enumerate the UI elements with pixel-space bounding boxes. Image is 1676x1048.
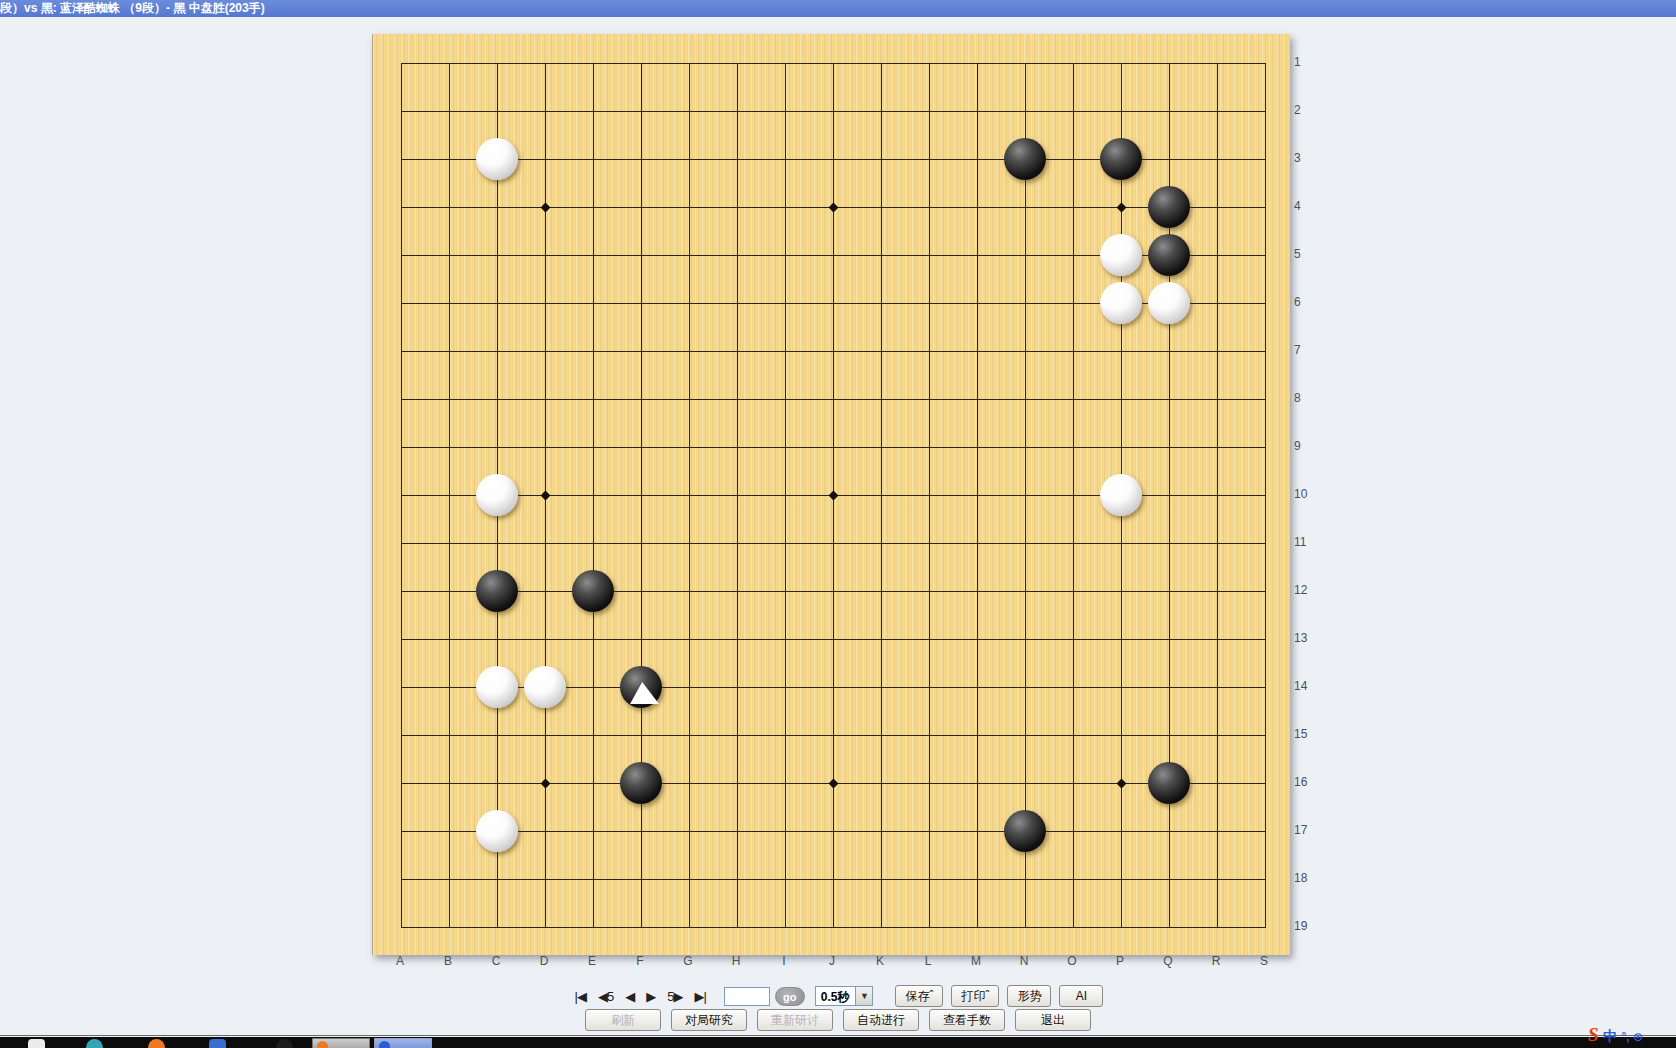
col-label-G: G xyxy=(678,954,698,968)
move-number-input[interactable] xyxy=(724,987,770,1006)
taskbar-button-icon xyxy=(317,1041,328,1048)
view-move-count-button[interactable]: 查看手数 xyxy=(929,1009,1005,1031)
stone-white-P10 xyxy=(1100,474,1142,516)
taskbar-app-icon-3[interactable] xyxy=(148,1039,165,1048)
col-label-I: I xyxy=(774,954,794,968)
col-label-Q: Q xyxy=(1158,954,1178,968)
row-label-9: 9 xyxy=(1294,439,1301,453)
taskbar-window-button-1[interactable] xyxy=(312,1038,370,1048)
go-button[interactable]: go xyxy=(775,987,805,1006)
nav-back-button[interactable]: ◀ xyxy=(625,989,634,1004)
toolbar-row-2: 刷新对局研究重新研讨自动进行查看手数退出 xyxy=(0,1008,1676,1032)
col-label-R: R xyxy=(1206,954,1226,968)
print-button[interactable]: 打印ˆ xyxy=(951,985,999,1007)
row-label-15: 15 xyxy=(1294,727,1307,741)
stone-white-C14 xyxy=(476,666,518,708)
sogou-logo-icon[interactable]: S xyxy=(1588,1024,1599,1045)
col-label-N: N xyxy=(1014,954,1034,968)
star-point-J16 xyxy=(829,779,839,789)
taskbar-app-icon-4[interactable] xyxy=(209,1039,226,1048)
col-label-M: M xyxy=(966,954,986,968)
taskbar xyxy=(0,1037,1676,1048)
stone-white-P5 xyxy=(1100,234,1142,276)
shape-analysis-button[interactable]: 形势 xyxy=(1007,985,1051,1007)
stone-black-F14 xyxy=(620,666,662,708)
chevron-down-icon[interactable]: ▼ xyxy=(855,987,872,1005)
row-label-4: 4 xyxy=(1294,199,1301,213)
stone-black-N17 xyxy=(1004,810,1046,852)
row-label-5: 5 xyxy=(1294,247,1301,261)
stone-black-Q4 xyxy=(1148,186,1190,228)
row-label-11: 11 xyxy=(1294,535,1306,549)
auto-play-button[interactable]: 自动进行 xyxy=(843,1009,919,1031)
save-button[interactable]: 保存ˆ xyxy=(895,985,943,1007)
col-label-E: E xyxy=(582,954,602,968)
stone-white-P6 xyxy=(1100,282,1142,324)
delay-value: 0.5秒 xyxy=(816,987,856,1005)
col-label-A: A xyxy=(390,954,410,968)
toolbar-row-1: |◀◀5◀▶5▶▶| go 0.5秒 ▼ 保存ˆ打印ˆ形势AI xyxy=(0,984,1676,1008)
nav-first-button[interactable]: |◀ xyxy=(575,989,586,1004)
col-label-P: P xyxy=(1110,954,1130,968)
rediscuss-button: 重新研讨 xyxy=(757,1009,833,1031)
stone-black-P3 xyxy=(1100,138,1142,180)
col-label-L: L xyxy=(918,954,938,968)
row-label-19: 19 xyxy=(1294,919,1307,933)
nav-forward-button[interactable]: ▶ xyxy=(646,989,655,1004)
stone-black-F16 xyxy=(620,762,662,804)
row-label-12: 12 xyxy=(1294,583,1307,597)
star-point-D16 xyxy=(541,779,551,789)
col-label-S: S xyxy=(1254,954,1274,968)
ime-punctuation-icons[interactable]: °, ⊙ xyxy=(1621,1030,1643,1044)
stone-black-N3 xyxy=(1004,138,1046,180)
taskbar-app-icon-2[interactable] xyxy=(86,1039,103,1048)
window-title: 段）vs 黑: 蓝泽酷蜘蛛 （9段）- 黑 中盘胜(203手) xyxy=(0,0,1676,17)
delay-dropdown[interactable]: 0.5秒 ▼ xyxy=(815,986,874,1006)
stone-white-C17 xyxy=(476,810,518,852)
refresh-button: 刷新 xyxy=(585,1009,661,1031)
taskbar-divider xyxy=(0,1035,1676,1036)
ime-bar[interactable]: S 中 °, ⊙ xyxy=(1588,1024,1643,1044)
taskbar-window-button-2[interactable] xyxy=(374,1038,432,1048)
star-point-P4 xyxy=(1117,203,1127,213)
stone-white-C10 xyxy=(476,474,518,516)
row-label-2: 2 xyxy=(1294,103,1301,117)
row-label-16: 16 xyxy=(1294,775,1307,789)
col-label-H: H xyxy=(726,954,746,968)
col-label-F: F xyxy=(630,954,650,968)
taskbar-app-icon-5[interactable] xyxy=(276,1039,293,1048)
stone-white-C3 xyxy=(476,138,518,180)
action-buttons: 保存ˆ打印ˆ形势AI xyxy=(891,985,1107,1007)
nav-forward-5-button[interactable]: 5▶ xyxy=(667,989,682,1004)
col-label-B: B xyxy=(438,954,458,968)
stone-black-Q16 xyxy=(1148,762,1190,804)
ime-language-toggle[interactable]: 中 xyxy=(1603,1028,1617,1044)
last-move-marker-icon xyxy=(630,682,659,704)
nav-back-5-button[interactable]: ◀5 xyxy=(598,989,613,1004)
stone-black-E12 xyxy=(572,570,614,612)
stone-black-Q5 xyxy=(1148,234,1190,276)
star-point-D4 xyxy=(541,203,551,213)
star-point-P16 xyxy=(1117,779,1127,789)
row-label-8: 8 xyxy=(1294,391,1301,405)
col-label-D: D xyxy=(534,954,554,968)
row-label-6: 6 xyxy=(1294,295,1301,309)
ai-button[interactable]: AI xyxy=(1059,985,1103,1007)
taskbar-app-icon-1[interactable] xyxy=(28,1039,45,1048)
stone-white-Q6 xyxy=(1148,282,1190,324)
game-research-button[interactable]: 对局研究 xyxy=(671,1009,747,1031)
row-label-7: 7 xyxy=(1294,343,1301,357)
star-point-J4 xyxy=(829,203,839,213)
nav-controls: |◀◀5◀▶5▶▶| xyxy=(569,987,712,1005)
toolbar: |◀◀5◀▶5▶▶| go 0.5秒 ▼ 保存ˆ打印ˆ形势AI 刷新对局研究重新… xyxy=(0,984,1676,1032)
row-label-1: 1 xyxy=(1294,55,1301,69)
row-label-18: 18 xyxy=(1294,871,1307,885)
board-grid[interactable] xyxy=(401,63,1266,928)
star-point-D10 xyxy=(541,491,551,501)
row-label-3: 3 xyxy=(1294,151,1301,165)
nav-last-button[interactable]: ▶| xyxy=(694,989,705,1004)
col-label-K: K xyxy=(870,954,890,968)
screen: 段）vs 黑: 蓝泽酷蜘蛛 （9段）- 黑 中盘胜(203手) ABCDEFGH… xyxy=(0,0,1676,1048)
row-label-17: 17 xyxy=(1294,823,1307,837)
star-point-J10 xyxy=(829,491,839,501)
row-label-14: 14 xyxy=(1294,679,1307,693)
stone-white-D14 xyxy=(524,666,566,708)
exit-button[interactable]: 退出 xyxy=(1015,1009,1091,1031)
go-board[interactable] xyxy=(372,34,1290,955)
taskbar-button-icon xyxy=(379,1041,390,1048)
row-label-13: 13 xyxy=(1294,631,1307,645)
row-label-10: 10 xyxy=(1294,487,1307,501)
col-label-J: J xyxy=(822,954,842,968)
stone-black-C12 xyxy=(476,570,518,612)
col-label-C: C xyxy=(486,954,506,968)
col-label-O: O xyxy=(1062,954,1082,968)
